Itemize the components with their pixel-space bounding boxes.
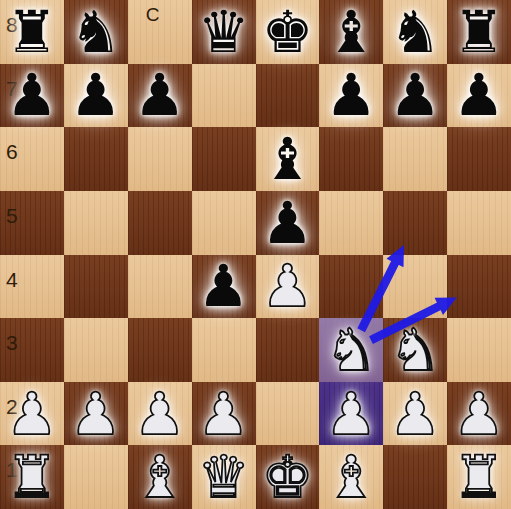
- white-rook[interactable]: ♜: [447, 445, 511, 509]
- square-f8[interactable]: ♝: [319, 0, 383, 64]
- file-label-c: C: [121, 4, 185, 26]
- chess-app-screen: 8♜♞C♛♚♝♞♜7♟♟♟♟♟♟6♝5♟4♟♟3♞♞2♟♟♟♟♟♟♟1♜♝♛♚♝…: [0, 0, 511, 509]
- square-b3[interactable]: [64, 318, 128, 382]
- square-g5[interactable]: [383, 191, 447, 255]
- square-h1[interactable]: ♜: [447, 445, 511, 509]
- square-e4[interactable]: ♟: [256, 255, 320, 319]
- square-f3[interactable]: ♞: [319, 318, 383, 382]
- square-f7[interactable]: ♟: [319, 64, 383, 128]
- square-c7[interactable]: ♟: [128, 64, 192, 128]
- white-bishop[interactable]: ♝: [319, 445, 383, 509]
- black-pawn[interactable]: ♟: [64, 64, 128, 128]
- square-c4[interactable]: [128, 255, 192, 319]
- rank-label-4: 4: [6, 268, 18, 292]
- square-e5[interactable]: ♟: [256, 191, 320, 255]
- square-b5[interactable]: [64, 191, 128, 255]
- square-e6[interactable]: ♝: [256, 127, 320, 191]
- white-knight[interactable]: ♞: [383, 318, 447, 382]
- square-g6[interactable]: [383, 127, 447, 191]
- square-a2[interactable]: 2♟: [0, 382, 64, 446]
- square-g1[interactable]: [383, 445, 447, 509]
- square-e7[interactable]: [256, 64, 320, 128]
- square-a1[interactable]: 1♜: [0, 445, 64, 509]
- square-a8[interactable]: 8♜: [0, 0, 64, 64]
- white-pawn[interactable]: ♟: [447, 382, 511, 446]
- white-pawn[interactable]: ♟: [383, 382, 447, 446]
- square-e2[interactable]: [256, 382, 320, 446]
- square-b1[interactable]: [64, 445, 128, 509]
- black-bishop[interactable]: ♝: [319, 0, 383, 64]
- square-a4[interactable]: 4: [0, 255, 64, 319]
- black-pawn[interactable]: ♟: [192, 255, 256, 319]
- square-c6[interactable]: [128, 127, 192, 191]
- square-f1[interactable]: ♝: [319, 445, 383, 509]
- square-d4[interactable]: ♟: [192, 255, 256, 319]
- square-d3[interactable]: [192, 318, 256, 382]
- white-pawn[interactable]: ♟: [0, 382, 64, 446]
- white-pawn[interactable]: ♟: [128, 382, 192, 446]
- square-b2[interactable]: ♟: [64, 382, 128, 446]
- rank-label-6: 6: [6, 140, 18, 164]
- white-rook[interactable]: ♜: [0, 445, 64, 509]
- black-pawn[interactable]: ♟: [319, 64, 383, 128]
- white-bishop[interactable]: ♝: [128, 445, 192, 509]
- square-d5[interactable]: [192, 191, 256, 255]
- square-d1[interactable]: ♛: [192, 445, 256, 509]
- square-g2[interactable]: ♟: [383, 382, 447, 446]
- white-pawn[interactable]: ♟: [64, 382, 128, 446]
- square-h6[interactable]: [447, 127, 511, 191]
- square-c1[interactable]: ♝: [128, 445, 192, 509]
- square-f5[interactable]: [319, 191, 383, 255]
- black-knight[interactable]: ♞: [64, 0, 128, 64]
- square-d2[interactable]: ♟: [192, 382, 256, 446]
- square-g4[interactable]: [383, 255, 447, 319]
- square-b8[interactable]: ♞: [64, 0, 128, 64]
- square-c3[interactable]: [128, 318, 192, 382]
- black-rook[interactable]: ♜: [447, 0, 511, 64]
- square-h3[interactable]: [447, 318, 511, 382]
- black-queen[interactable]: ♛: [192, 0, 256, 64]
- square-f2[interactable]: ♟: [319, 382, 383, 446]
- black-knight[interactable]: ♞: [383, 0, 447, 64]
- black-bishop[interactable]: ♝: [256, 127, 320, 191]
- square-g8[interactable]: ♞: [383, 0, 447, 64]
- white-queen[interactable]: ♛: [192, 445, 256, 509]
- rank-label-3: 3: [6, 331, 18, 355]
- white-pawn[interactable]: ♟: [319, 382, 383, 446]
- square-g7[interactable]: ♟: [383, 64, 447, 128]
- square-c8[interactable]: C: [128, 0, 192, 64]
- black-pawn[interactable]: ♟: [0, 64, 64, 128]
- square-c2[interactable]: ♟: [128, 382, 192, 446]
- white-pawn[interactable]: ♟: [256, 255, 320, 319]
- black-pawn[interactable]: ♟: [128, 64, 192, 128]
- square-h2[interactable]: ♟: [447, 382, 511, 446]
- square-a5[interactable]: 5: [0, 191, 64, 255]
- square-e1[interactable]: ♚: [256, 445, 320, 509]
- white-knight[interactable]: ♞: [319, 318, 383, 382]
- black-pawn[interactable]: ♟: [447, 64, 511, 128]
- black-pawn[interactable]: ♟: [383, 64, 447, 128]
- square-a6[interactable]: 6: [0, 127, 64, 191]
- black-pawn[interactable]: ♟: [256, 191, 320, 255]
- white-pawn[interactable]: ♟: [192, 382, 256, 446]
- square-d8[interactable]: ♛: [192, 0, 256, 64]
- square-h7[interactable]: ♟: [447, 64, 511, 128]
- square-e8[interactable]: ♚: [256, 0, 320, 64]
- square-g3[interactable]: ♞: [383, 318, 447, 382]
- square-f4[interactable]: [319, 255, 383, 319]
- black-rook[interactable]: ♜: [0, 0, 64, 64]
- square-b4[interactable]: [64, 255, 128, 319]
- square-h8[interactable]: ♜: [447, 0, 511, 64]
- square-b7[interactable]: ♟: [64, 64, 128, 128]
- square-c5[interactable]: [128, 191, 192, 255]
- square-h4[interactable]: [447, 255, 511, 319]
- square-a3[interactable]: 3: [0, 318, 64, 382]
- square-a7[interactable]: 7♟: [0, 64, 64, 128]
- black-king[interactable]: ♚: [256, 0, 320, 64]
- rank-label-5: 5: [6, 204, 18, 228]
- square-h5[interactable]: [447, 191, 511, 255]
- chess-board: 8♜♞C♛♚♝♞♜7♟♟♟♟♟♟6♝5♟4♟♟3♞♞2♟♟♟♟♟♟♟1♜♝♛♚♝…: [0, 0, 511, 509]
- white-king[interactable]: ♚: [256, 445, 320, 509]
- square-f6[interactable]: [319, 127, 383, 191]
- square-d7[interactable]: [192, 64, 256, 128]
- square-e3[interactable]: [256, 318, 320, 382]
- square-d6[interactable]: [192, 127, 256, 191]
- square-b6[interactable]: [64, 127, 128, 191]
